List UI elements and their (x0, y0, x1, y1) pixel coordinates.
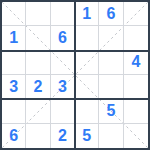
cell-r2c1[interactable]: 1 (2, 26, 26, 50)
cell-r1c6[interactable] (124, 2, 148, 26)
cell-r2c4[interactable] (75, 26, 99, 50)
cell-r2c3[interactable]: 6 (51, 26, 75, 50)
cell-r3c1[interactable] (2, 51, 26, 75)
cell-r1c2[interactable] (26, 2, 50, 26)
cell-r4c1[interactable]: 3 (2, 75, 26, 99)
cell-r6c4[interactable]: 5 (75, 124, 99, 148)
cell-r3c4[interactable] (75, 51, 99, 75)
cell-r5c4[interactable] (75, 99, 99, 123)
cell-r4c2[interactable]: 2 (26, 75, 50, 99)
cell-r5c2[interactable] (26, 99, 50, 123)
cell-r6c2[interactable] (26, 124, 50, 148)
cell-r6c1[interactable]: 6 (2, 124, 26, 148)
cell-r6c3[interactable]: 2 (51, 124, 75, 148)
cell-r5c5[interactable]: 5 (99, 99, 123, 123)
cell-r1c3[interactable] (51, 2, 75, 26)
cell-r2c6[interactable] (124, 26, 148, 50)
cell-r4c6[interactable] (124, 75, 148, 99)
cell-r5c3[interactable] (51, 99, 75, 123)
cell-r5c6[interactable] (124, 99, 148, 123)
cell-r4c3[interactable]: 3 (51, 75, 75, 99)
cell-r3c5[interactable] (99, 51, 123, 75)
cell-r2c2[interactable] (26, 26, 50, 50)
cell-r6c6[interactable] (124, 124, 148, 148)
cell-r6c5[interactable] (99, 124, 123, 148)
cell-r4c5[interactable] (99, 75, 123, 99)
cell-r1c4[interactable]: 1 (75, 2, 99, 26)
cell-r4c4[interactable] (75, 75, 99, 99)
sudoku-board: 161643235625 (0, 0, 150, 150)
cell-r3c3[interactable] (51, 51, 75, 75)
sudoku-grid: 161643235625 (2, 2, 148, 148)
cell-r3c2[interactable] (26, 51, 50, 75)
cell-r5c1[interactable] (2, 99, 26, 123)
cell-r1c5[interactable]: 6 (99, 2, 123, 26)
cell-r1c1[interactable] (2, 2, 26, 26)
cell-r2c5[interactable] (99, 26, 123, 50)
cell-r3c6[interactable]: 4 (124, 51, 148, 75)
